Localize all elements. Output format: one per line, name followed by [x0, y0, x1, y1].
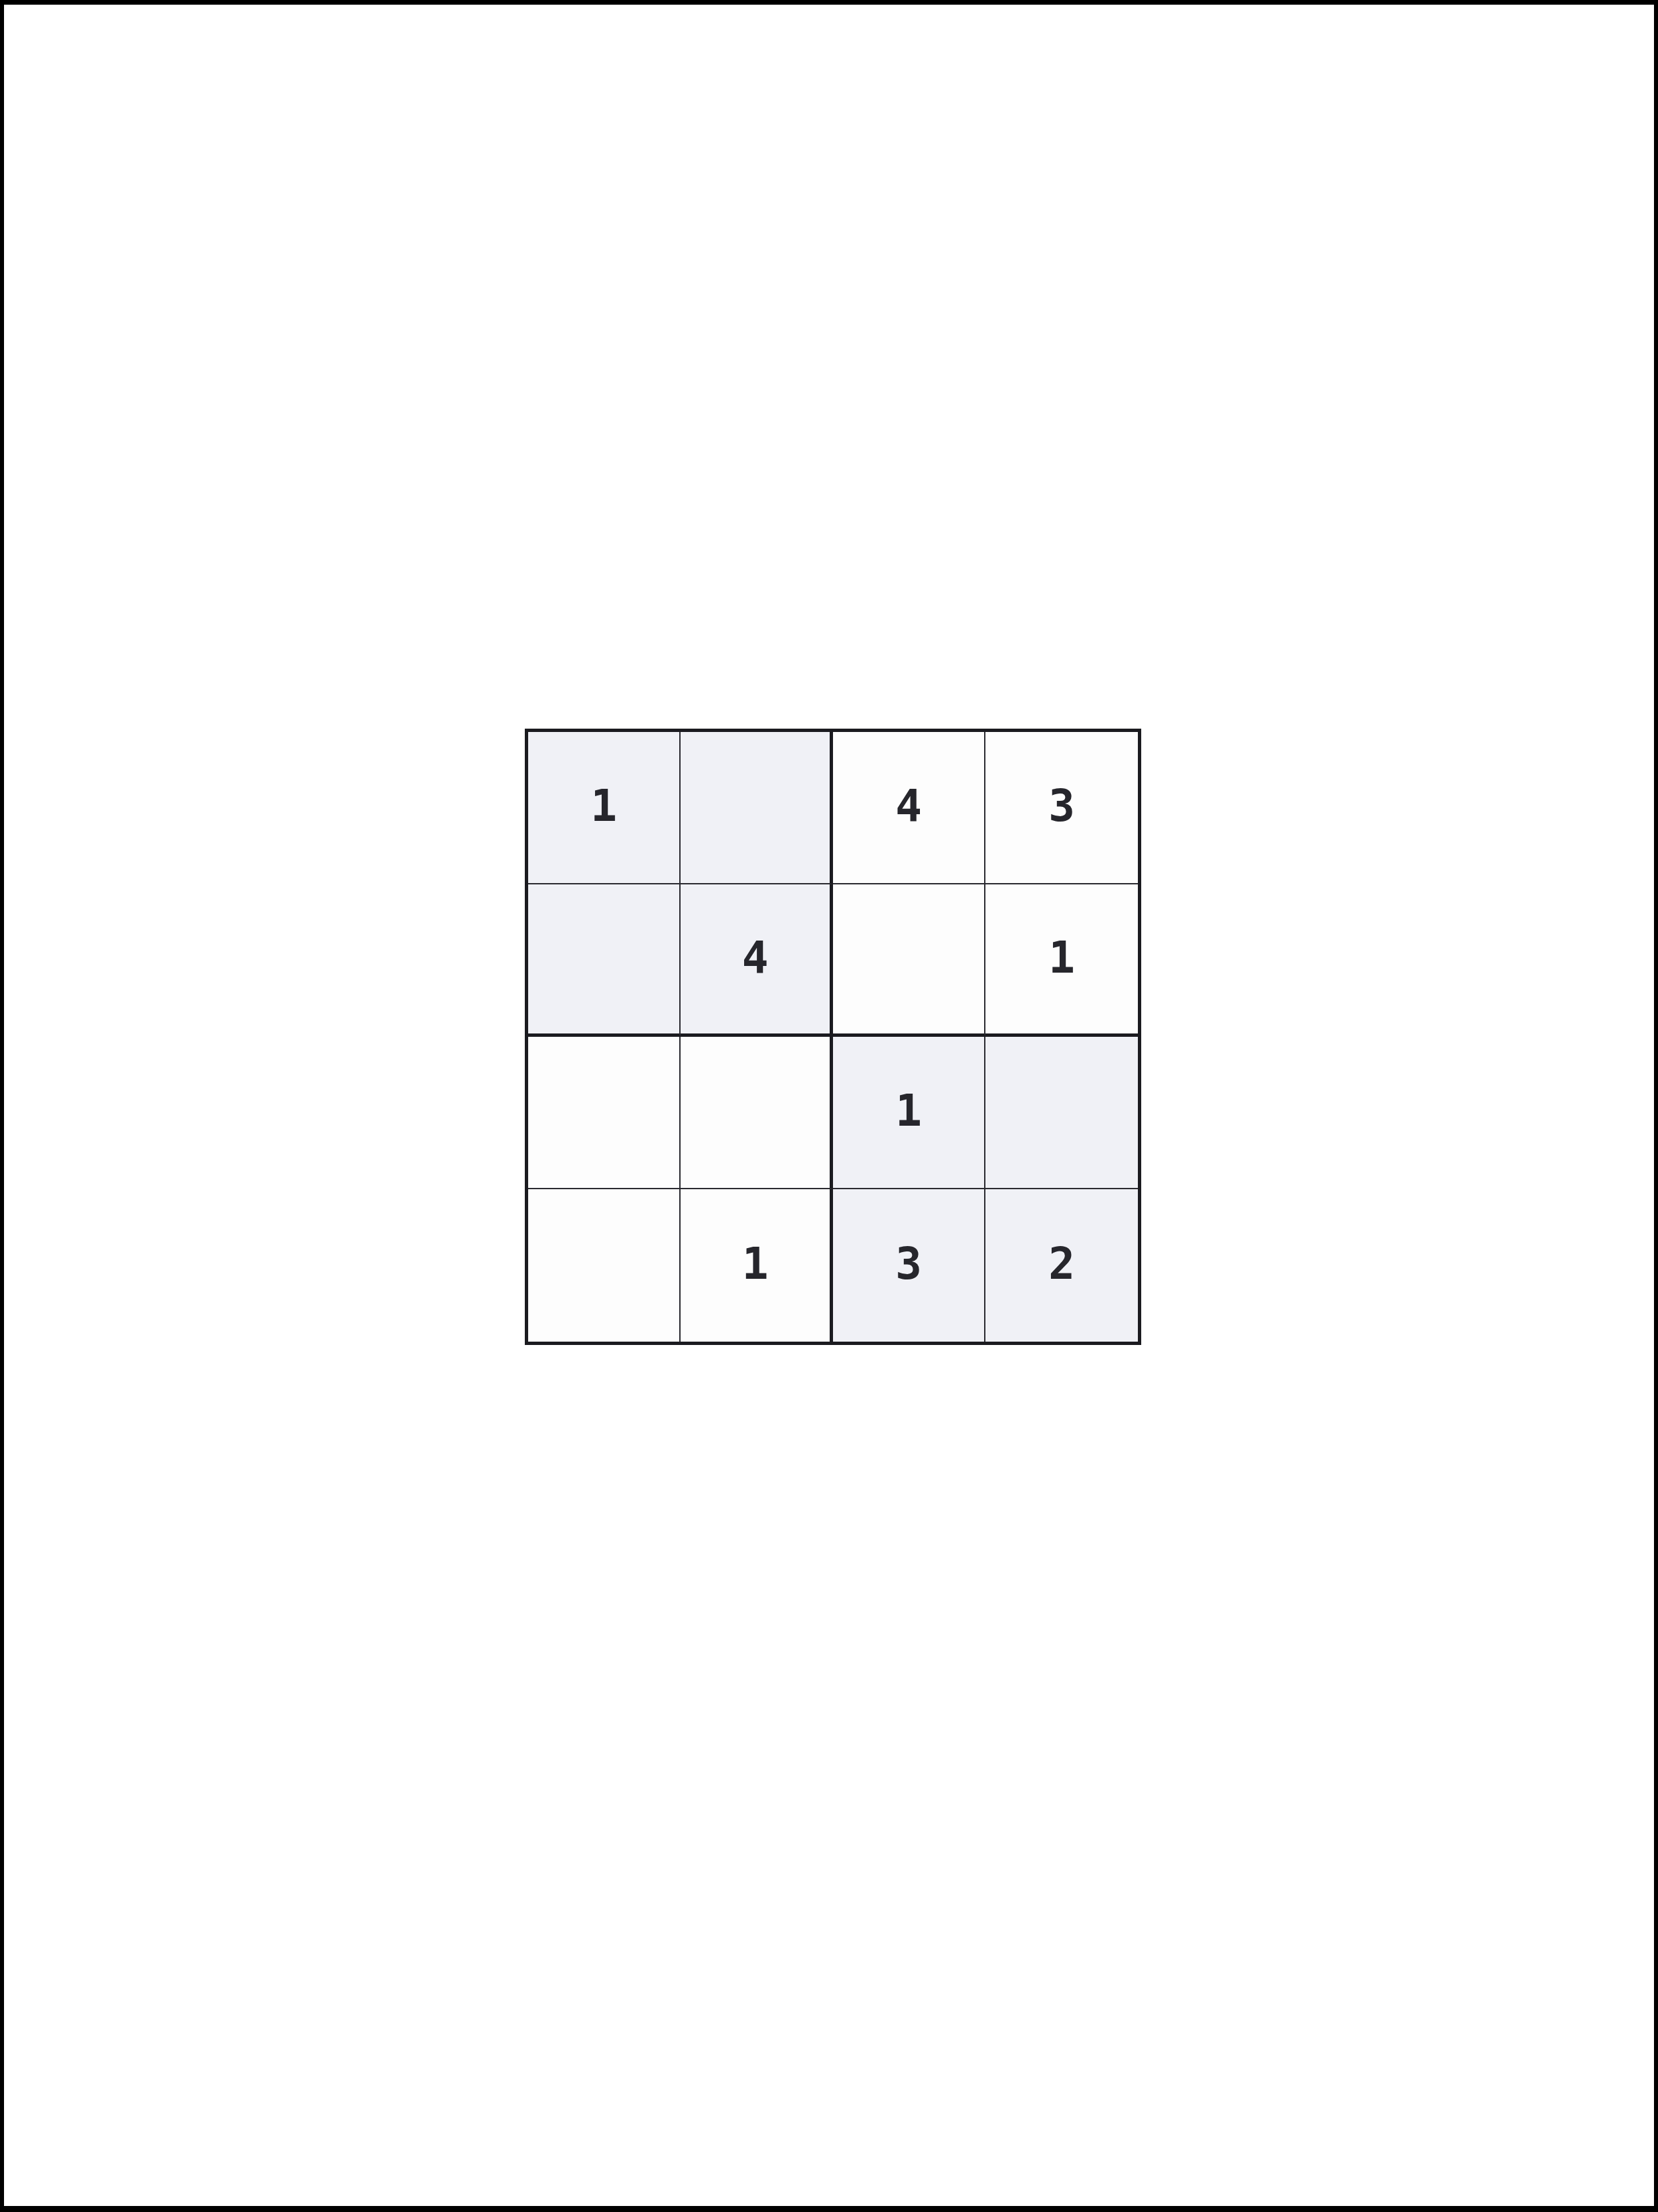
cell-r4c4[interactable]: 2 — [985, 1189, 1138, 1342]
cell-r3c3[interactable]: 1 — [833, 1037, 985, 1189]
sudoku-board: 143411132 — [525, 729, 1141, 1345]
worksheet-page: 143411132 — [0, 0, 1658, 2212]
cell-r2c4[interactable]: 1 — [985, 884, 1138, 1037]
cell-r4c2[interactable]: 1 — [681, 1189, 833, 1342]
cell-r3c2[interactable] — [681, 1037, 833, 1189]
cell-r1c1[interactable]: 1 — [528, 732, 681, 884]
given-digit: 1 — [895, 1089, 922, 1133]
cell-r2c3[interactable] — [833, 884, 985, 1037]
cell-r3c4[interactable] — [985, 1037, 1138, 1189]
given-digit: 1 — [742, 1242, 769, 1286]
cell-r4c1[interactable] — [528, 1189, 681, 1342]
cell-r4c3[interactable]: 3 — [833, 1189, 985, 1342]
given-digit: 4 — [895, 784, 922, 828]
given-digit: 1 — [590, 784, 617, 828]
given-digit: 3 — [895, 1242, 922, 1286]
cell-r3c1[interactable] — [528, 1037, 681, 1189]
cell-r2c1[interactable] — [528, 884, 681, 1037]
cell-r1c4[interactable]: 3 — [985, 732, 1138, 884]
cell-r1c3[interactable]: 4 — [833, 732, 985, 884]
given-digit: 2 — [1048, 1242, 1075, 1286]
given-digit: 3 — [1048, 784, 1075, 828]
cell-r1c2[interactable] — [681, 732, 833, 884]
given-digit: 4 — [742, 936, 769, 980]
given-digit: 1 — [1048, 936, 1075, 980]
cell-r2c2[interactable]: 4 — [681, 884, 833, 1037]
